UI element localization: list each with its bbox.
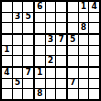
sudoku-cell-r9c9[interactable]	[89, 89, 99, 99]
sudoku-cell-r5c6[interactable]	[56, 46, 66, 56]
sudoku-cell-r6c8[interactable]	[79, 56, 89, 66]
sudoku-cell-r9c1[interactable]	[2, 89, 12, 99]
sudoku-cell-r2c5[interactable]	[46, 13, 56, 23]
sudoku-cell-r9c8[interactable]	[79, 89, 89, 99]
given-digit: 5	[15, 79, 21, 87]
sudoku-cell-r1c3[interactable]	[23, 2, 33, 12]
sudoku-cell-r8c6[interactable]	[56, 79, 66, 89]
given-digit: 7	[25, 69, 31, 77]
given-digit: 6	[37, 3, 43, 11]
sudoku-cell-r1c9[interactable]: 4	[89, 2, 99, 12]
given-digit: 4	[91, 3, 97, 11]
sudoku-cell-r3c9[interactable]	[89, 23, 99, 33]
sudoku-cell-r9c4[interactable]: 8	[35, 89, 45, 99]
sudoku-cell-r5c7[interactable]	[68, 46, 78, 56]
sudoku-cell-r8c2[interactable]: 5	[13, 79, 23, 89]
sudoku-cell-r1c6[interactable]	[56, 2, 66, 12]
sudoku-cell-r6c2[interactable]	[13, 56, 23, 66]
sudoku-cell-r6c3[interactable]	[23, 56, 33, 66]
sudoku-cell-r4c1[interactable]	[2, 35, 12, 45]
given-digit: 3	[48, 36, 54, 44]
sudoku-cell-r9c7[interactable]	[68, 89, 78, 99]
sudoku-cell-r3c4[interactable]	[35, 23, 45, 33]
sudoku-cell-r4c8[interactable]	[79, 35, 89, 45]
sudoku-cell-r4c3[interactable]	[23, 35, 33, 45]
given-digit: 1	[37, 69, 43, 77]
sudoku-cell-r6c1[interactable]	[2, 56, 12, 66]
given-digit: 1	[4, 46, 10, 54]
sudoku-cell-r7c5[interactable]	[46, 68, 56, 78]
given-digit: 8	[81, 24, 87, 32]
sudoku-cell-r5c9[interactable]	[89, 46, 99, 56]
sudoku-cell-r7c9[interactable]	[89, 68, 99, 78]
sudoku-cell-r1c1[interactable]	[2, 2, 12, 12]
sudoku-cell-r2c4[interactable]	[35, 13, 45, 23]
given-digit: 5	[25, 13, 31, 21]
sudoku-cell-r6c4[interactable]	[35, 56, 45, 66]
sudoku-cell-r4c2[interactable]	[13, 35, 23, 45]
sudoku-cell-r8c8[interactable]	[79, 79, 89, 89]
sudoku-cell-r5c5[interactable]	[46, 46, 56, 56]
sudoku-cell-r7c3[interactable]: 7	[23, 68, 33, 78]
sudoku-cell-r6c9[interactable]	[89, 56, 99, 66]
sudoku-cell-r4c4[interactable]	[35, 35, 45, 45]
sudoku-cell-r3c5[interactable]	[46, 23, 56, 33]
sudoku-cell-r1c8[interactable]: 1	[79, 2, 89, 12]
sudoku-cell-r1c5[interactable]	[46, 2, 56, 12]
sudoku-cell-r5c1[interactable]: 1	[2, 46, 12, 56]
sudoku-cell-r6c7[interactable]	[68, 56, 78, 66]
sudoku-cell-r3c7[interactable]	[68, 23, 78, 33]
sudoku-cell-r2c6[interactable]	[56, 13, 66, 23]
given-digit: 5	[70, 36, 76, 44]
sudoku-cell-r3c2[interactable]	[13, 23, 23, 33]
given-digit: 7	[58, 36, 64, 44]
sudoku-cell-r4c6[interactable]: 7	[56, 35, 66, 45]
sudoku-cell-r2c8[interactable]	[79, 13, 89, 23]
sudoku-cell-r8c4[interactable]	[35, 79, 45, 89]
sudoku-cell-r1c7[interactable]	[68, 2, 78, 12]
sudoku-cell-r8c9[interactable]	[89, 79, 99, 89]
sudoku-cell-r9c5[interactable]	[46, 89, 56, 99]
sudoku-board: 61435837512471578	[0, 0, 101, 101]
sudoku-cell-r9c6[interactable]	[56, 89, 66, 99]
sudoku-cell-r1c2[interactable]	[13, 2, 23, 12]
sudoku-cell-r5c4[interactable]	[35, 46, 45, 56]
sudoku-cell-r8c3[interactable]	[23, 79, 33, 89]
sudoku-cell-r4c7[interactable]: 5	[68, 35, 78, 45]
sudoku-cell-r9c3[interactable]	[23, 89, 33, 99]
sudoku-cell-r2c2[interactable]: 3	[13, 13, 23, 23]
sudoku-cell-r2c7[interactable]	[68, 13, 78, 23]
sudoku-cell-r5c2[interactable]	[13, 46, 23, 56]
sudoku-cell-r2c1[interactable]	[2, 13, 12, 23]
sudoku-cell-r3c8[interactable]: 8	[79, 23, 89, 33]
sudoku-cell-r4c9[interactable]	[89, 35, 99, 45]
sudoku-cell-r7c8[interactable]	[79, 68, 89, 78]
sudoku-cell-r7c4[interactable]: 1	[35, 68, 45, 78]
sudoku-cell-r6c5[interactable]: 2	[46, 56, 56, 66]
sudoku-cell-r4c5[interactable]: 3	[46, 35, 56, 45]
sudoku-cell-r5c3[interactable]	[23, 46, 33, 56]
sudoku-grid: 61435837512471578	[2, 2, 99, 99]
sudoku-cell-r8c7[interactable]: 7	[68, 79, 78, 89]
given-digit: 8	[37, 90, 43, 98]
sudoku-cell-r8c1[interactable]	[2, 79, 12, 89]
sudoku-cell-r3c3[interactable]	[23, 23, 33, 33]
sudoku-cell-r6c6[interactable]	[56, 56, 66, 66]
sudoku-cell-r1c4[interactable]: 6	[35, 2, 45, 12]
sudoku-cell-r8c5[interactable]	[46, 79, 56, 89]
sudoku-cell-r7c7[interactable]	[68, 68, 78, 78]
sudoku-cell-r3c6[interactable]	[56, 23, 66, 33]
sudoku-cell-r5c8[interactable]	[79, 46, 89, 56]
given-digit: 4	[4, 69, 10, 77]
given-digit: 2	[48, 57, 54, 65]
sudoku-cell-r9c2[interactable]	[13, 89, 23, 99]
sudoku-cell-r2c3[interactable]: 5	[23, 13, 33, 23]
given-digit: 1	[81, 3, 87, 11]
given-digit: 3	[15, 13, 21, 21]
sudoku-cell-r7c2[interactable]	[13, 68, 23, 78]
sudoku-cell-r7c6[interactable]	[56, 68, 66, 78]
sudoku-cell-r3c1[interactable]	[2, 23, 12, 33]
sudoku-cell-r7c1[interactable]: 4	[2, 68, 12, 78]
given-digit: 7	[70, 79, 76, 87]
sudoku-cell-r2c9[interactable]	[89, 13, 99, 23]
